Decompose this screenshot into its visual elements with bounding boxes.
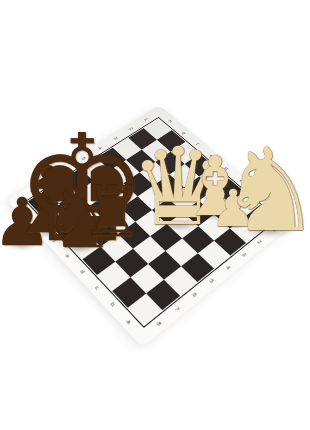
pieces-layer: ♟♝♚♞♜♛♝♟♞ [0, 0, 310, 430]
product-photo: hgfedcba hgfedcba 12345678 12345678 ♟♝♚♞… [0, 0, 310, 430]
white-knight-glyph: ♞ [218, 133, 310, 248]
